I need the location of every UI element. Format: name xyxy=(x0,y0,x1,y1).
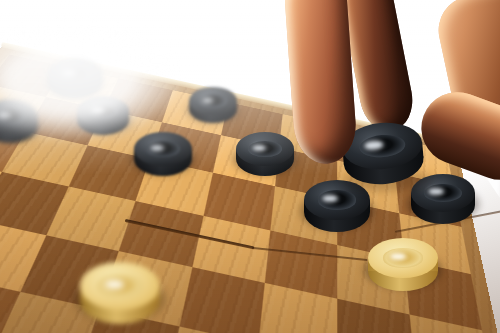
piece-gleam xyxy=(252,145,266,151)
black-checker-piece[interactable] xyxy=(77,96,129,135)
black-checker-piece[interactable] xyxy=(189,87,237,123)
pieces-layer xyxy=(0,0,500,333)
white-checker-piece[interactable] xyxy=(368,238,438,291)
piece-gleam xyxy=(62,70,75,76)
black-checker-piece[interactable] xyxy=(134,132,192,176)
black-checker-piece[interactable] xyxy=(236,132,294,176)
piece-gleam xyxy=(91,107,103,112)
photo-scene xyxy=(0,0,500,333)
black-checker-piece[interactable] xyxy=(47,58,103,99)
black-checker-piece[interactable] xyxy=(0,99,38,143)
piece-gleam xyxy=(105,280,124,289)
piece-gleam xyxy=(202,98,214,103)
white-checker-piece[interactable] xyxy=(80,262,160,324)
piece-gleam xyxy=(150,145,164,151)
piece-gleam xyxy=(0,112,11,118)
